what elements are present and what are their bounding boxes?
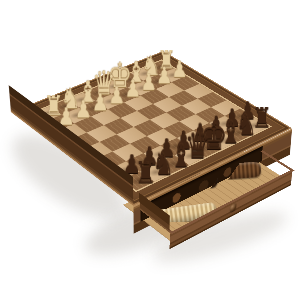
drawer-knob (230, 202, 237, 212)
white-pawn: ♟ (155, 66, 171, 85)
white-pawn: ♟ (108, 86, 125, 106)
white-pawn: ♟ (140, 73, 157, 93)
black-rook: ♜ (135, 161, 156, 186)
white-pawn: ♟ (91, 93, 108, 113)
white-pawn: ♟ (124, 79, 141, 99)
white-pawn: ♟ (74, 99, 91, 119)
product-photo: ♜♞♝♛♚♝♞♜♟♟♟♟♟♟♟♟♟♟♟♟♟♟♟♟♜♞♝♛♚♝♞♜ (0, 0, 300, 300)
white-pawn: ♟ (171, 60, 187, 79)
